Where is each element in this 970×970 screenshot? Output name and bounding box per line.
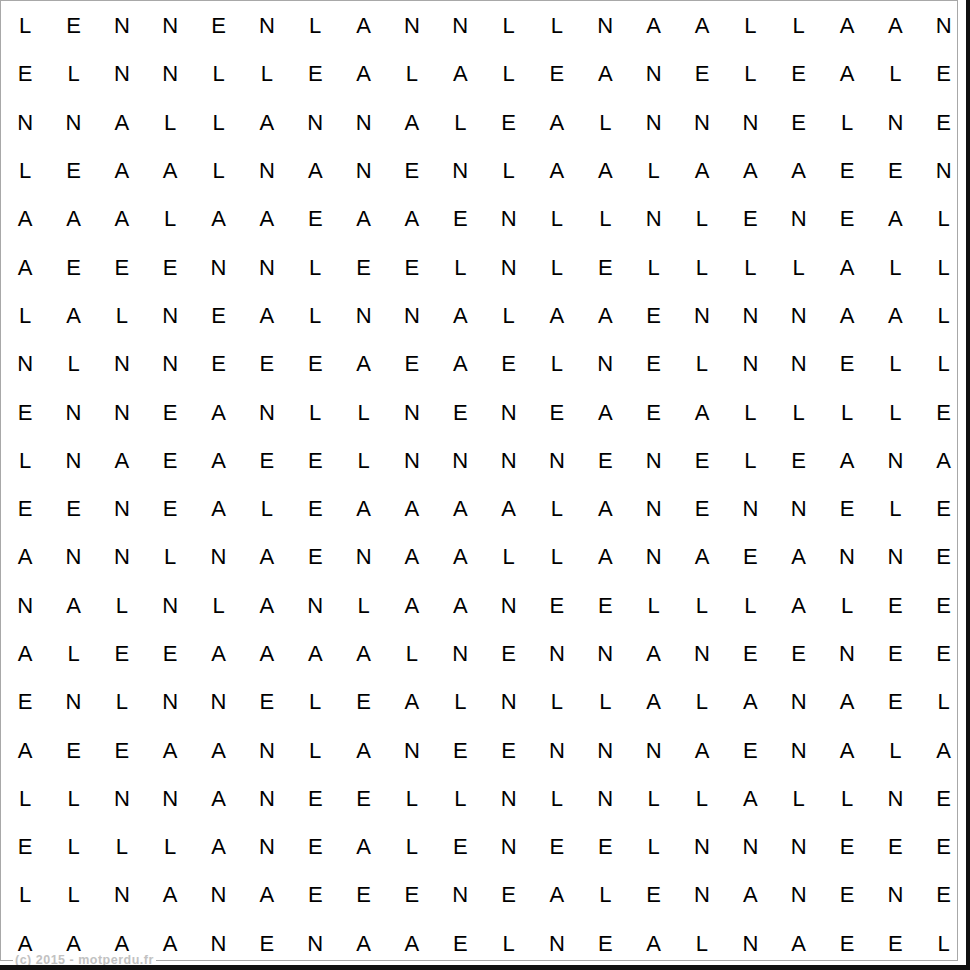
grid-cell[interactable]: L bbox=[726, 582, 774, 630]
grid-cell[interactable]: A bbox=[291, 147, 339, 195]
grid-cell[interactable]: E bbox=[291, 485, 339, 533]
grid-cell[interactable]: A bbox=[484, 485, 532, 533]
grid-cell[interactable]: N bbox=[629, 437, 677, 485]
grid-cell[interactable]: L bbox=[775, 2, 823, 50]
grid-cell[interactable]: A bbox=[629, 630, 677, 678]
grid-cell[interactable]: A bbox=[49, 582, 97, 630]
grid-cell[interactable]: A bbox=[581, 50, 629, 98]
grid-cell[interactable]: N bbox=[581, 340, 629, 388]
grid-cell[interactable]: A bbox=[243, 195, 291, 243]
grid-cell[interactable]: E bbox=[98, 726, 146, 774]
grid-cell[interactable]: N bbox=[581, 726, 629, 774]
grid-cell[interactable]: A bbox=[436, 340, 484, 388]
grid-cell[interactable]: N bbox=[775, 678, 823, 726]
grid-cell[interactable]: L bbox=[243, 50, 291, 98]
grid-cell[interactable]: L bbox=[920, 243, 968, 291]
grid-cell[interactable]: A bbox=[871, 292, 919, 340]
grid-cell[interactable]: N bbox=[98, 533, 146, 581]
grid-cell[interactable]: N bbox=[98, 2, 146, 50]
grid-cell[interactable]: E bbox=[726, 533, 774, 581]
grid-cell[interactable]: E bbox=[629, 292, 677, 340]
grid-cell[interactable]: E bbox=[871, 582, 919, 630]
grid-cell[interactable]: N bbox=[533, 630, 581, 678]
grid-cell[interactable]: L bbox=[920, 195, 968, 243]
grid-cell[interactable]: E bbox=[775, 99, 823, 147]
grid-cell[interactable]: N bbox=[436, 437, 484, 485]
grid-cell[interactable]: E bbox=[629, 871, 677, 919]
grid-cell[interactable]: L bbox=[291, 388, 339, 436]
grid-cell[interactable]: E bbox=[146, 630, 194, 678]
grid-cell[interactable]: N bbox=[339, 147, 387, 195]
grid-cell[interactable]: L bbox=[1, 775, 49, 823]
grid-cell[interactable]: A bbox=[339, 920, 387, 968]
grid-cell[interactable]: L bbox=[726, 2, 774, 50]
grid-cell[interactable]: E bbox=[533, 50, 581, 98]
grid-cell[interactable]: N bbox=[484, 388, 532, 436]
grid-cell[interactable]: N bbox=[775, 871, 823, 919]
grid-cell[interactable]: E bbox=[1, 50, 49, 98]
grid-cell[interactable]: E bbox=[1, 823, 49, 871]
grid-cell[interactable]: A bbox=[243, 292, 291, 340]
grid-cell[interactable]: L bbox=[678, 775, 726, 823]
grid-cell[interactable]: L bbox=[194, 147, 242, 195]
grid-cell[interactable]: E bbox=[775, 437, 823, 485]
grid-cell[interactable]: N bbox=[871, 533, 919, 581]
grid-cell[interactable]: L bbox=[146, 99, 194, 147]
grid-cell[interactable]: A bbox=[581, 147, 629, 195]
grid-cell[interactable]: L bbox=[533, 340, 581, 388]
grid-cell[interactable]: E bbox=[49, 243, 97, 291]
grid-cell[interactable]: L bbox=[388, 630, 436, 678]
grid-cell[interactable]: L bbox=[291, 678, 339, 726]
grid-cell[interactable]: A bbox=[339, 823, 387, 871]
grid-cell[interactable]: A bbox=[436, 50, 484, 98]
grid-cell[interactable]: L bbox=[775, 243, 823, 291]
grid-cell[interactable]: E bbox=[823, 485, 871, 533]
grid-cell[interactable]: A bbox=[533, 292, 581, 340]
grid-cell[interactable]: E bbox=[49, 2, 97, 50]
grid-cell[interactable]: A bbox=[629, 920, 677, 968]
grid-cell[interactable]: A bbox=[581, 292, 629, 340]
grid-cell[interactable]: E bbox=[243, 678, 291, 726]
grid-cell[interactable]: A bbox=[146, 726, 194, 774]
grid-cell[interactable]: A bbox=[823, 437, 871, 485]
grid-cell[interactable]: A bbox=[678, 533, 726, 581]
grid-cell[interactable]: A bbox=[98, 147, 146, 195]
grid-cell[interactable]: L bbox=[388, 823, 436, 871]
grid-cell[interactable]: N bbox=[775, 485, 823, 533]
grid-cell[interactable]: A bbox=[920, 437, 968, 485]
grid-cell[interactable]: A bbox=[920, 726, 968, 774]
grid-cell[interactable]: L bbox=[49, 871, 97, 919]
grid-cell[interactable]: N bbox=[629, 726, 677, 774]
grid-cell[interactable]: L bbox=[291, 292, 339, 340]
grid-cell[interactable]: A bbox=[823, 678, 871, 726]
grid-cell[interactable]: N bbox=[1, 582, 49, 630]
grid-cell[interactable]: L bbox=[629, 823, 677, 871]
grid-cell[interactable]: E bbox=[533, 582, 581, 630]
grid-cell[interactable]: N bbox=[484, 678, 532, 726]
grid-cell[interactable]: E bbox=[871, 920, 919, 968]
grid-cell[interactable]: L bbox=[291, 726, 339, 774]
grid-cell[interactable]: E bbox=[243, 437, 291, 485]
grid-cell[interactable]: L bbox=[98, 823, 146, 871]
grid-cell[interactable]: A bbox=[629, 2, 677, 50]
grid-cell[interactable]: E bbox=[920, 630, 968, 678]
grid-cell[interactable]: E bbox=[823, 195, 871, 243]
grid-cell[interactable]: A bbox=[1, 726, 49, 774]
grid-cell[interactable]: E bbox=[436, 388, 484, 436]
grid-cell[interactable]: N bbox=[98, 485, 146, 533]
grid-cell[interactable]: E bbox=[291, 775, 339, 823]
grid-cell[interactable]: E bbox=[678, 437, 726, 485]
grid-cell[interactable]: A bbox=[98, 437, 146, 485]
grid-cell[interactable]: L bbox=[484, 920, 532, 968]
grid-cell[interactable]: N bbox=[291, 99, 339, 147]
grid-cell[interactable]: N bbox=[533, 726, 581, 774]
grid-cell[interactable]: A bbox=[194, 485, 242, 533]
grid-cell[interactable]: N bbox=[678, 99, 726, 147]
grid-cell[interactable]: E bbox=[581, 920, 629, 968]
grid-cell[interactable]: E bbox=[388, 340, 436, 388]
grid-cell[interactable]: N bbox=[436, 630, 484, 678]
grid-cell[interactable]: N bbox=[484, 582, 532, 630]
grid-cell[interactable]: N bbox=[388, 2, 436, 50]
grid-cell[interactable]: E bbox=[726, 630, 774, 678]
grid-cell[interactable]: N bbox=[1, 340, 49, 388]
grid-cell[interactable]: A bbox=[49, 292, 97, 340]
grid-cell[interactable]: A bbox=[436, 485, 484, 533]
grid-cell[interactable]: L bbox=[194, 582, 242, 630]
grid-cell[interactable]: E bbox=[775, 630, 823, 678]
grid-cell[interactable]: L bbox=[871, 340, 919, 388]
grid-cell[interactable]: E bbox=[291, 340, 339, 388]
grid-cell[interactable]: N bbox=[775, 340, 823, 388]
grid-cell[interactable]: L bbox=[533, 533, 581, 581]
grid-cell[interactable]: N bbox=[1, 99, 49, 147]
grid-cell[interactable]: L bbox=[678, 678, 726, 726]
grid-cell[interactable]: L bbox=[146, 533, 194, 581]
grid-cell[interactable]: E bbox=[581, 437, 629, 485]
grid-cell[interactable]: N bbox=[194, 243, 242, 291]
grid-cell[interactable]: N bbox=[726, 823, 774, 871]
grid-cell[interactable]: E bbox=[291, 437, 339, 485]
grid-cell[interactable]: N bbox=[436, 147, 484, 195]
grid-cell[interactable]: A bbox=[1, 195, 49, 243]
grid-cell[interactable]: E bbox=[920, 485, 968, 533]
grid-cell[interactable]: E bbox=[533, 823, 581, 871]
grid-cell[interactable]: L bbox=[871, 485, 919, 533]
grid-cell[interactable]: A bbox=[436, 292, 484, 340]
grid-cell[interactable]: L bbox=[98, 678, 146, 726]
grid-cell[interactable]: N bbox=[484, 243, 532, 291]
grid-cell[interactable]: L bbox=[629, 775, 677, 823]
grid-cell[interactable]: E bbox=[243, 340, 291, 388]
grid-cell[interactable]: N bbox=[775, 726, 823, 774]
grid-cell[interactable]: N bbox=[49, 437, 97, 485]
grid-cell[interactable]: N bbox=[484, 775, 532, 823]
grid-cell[interactable]: L bbox=[388, 775, 436, 823]
grid-cell[interactable]: L bbox=[194, 99, 242, 147]
grid-cell[interactable]: E bbox=[291, 50, 339, 98]
grid-cell[interactable]: N bbox=[484, 437, 532, 485]
grid-cell[interactable]: E bbox=[775, 50, 823, 98]
grid-cell[interactable]: E bbox=[581, 243, 629, 291]
grid-cell[interactable]: A bbox=[388, 99, 436, 147]
grid-cell[interactable]: E bbox=[726, 195, 774, 243]
grid-cell[interactable]: E bbox=[484, 99, 532, 147]
grid-cell[interactable]: E bbox=[49, 147, 97, 195]
grid-cell[interactable]: N bbox=[146, 340, 194, 388]
grid-cell[interactable]: N bbox=[243, 823, 291, 871]
grid-cell[interactable]: E bbox=[678, 50, 726, 98]
grid-cell[interactable]: E bbox=[823, 871, 871, 919]
grid-cell[interactable]: N bbox=[388, 437, 436, 485]
grid-cell[interactable]: E bbox=[823, 823, 871, 871]
grid-cell[interactable]: N bbox=[726, 485, 774, 533]
grid-cell[interactable]: A bbox=[339, 726, 387, 774]
grid-cell[interactable]: L bbox=[726, 50, 774, 98]
grid-cell[interactable]: N bbox=[533, 920, 581, 968]
grid-cell[interactable]: A bbox=[775, 147, 823, 195]
grid-cell[interactable]: E bbox=[920, 582, 968, 630]
grid-cell[interactable]: L bbox=[629, 243, 677, 291]
grid-cell[interactable]: A bbox=[146, 147, 194, 195]
grid-cell[interactable]: E bbox=[920, 533, 968, 581]
grid-cell[interactable]: E bbox=[726, 726, 774, 774]
grid-cell[interactable]: A bbox=[388, 533, 436, 581]
grid-cell[interactable]: L bbox=[436, 99, 484, 147]
grid-cell[interactable]: N bbox=[146, 2, 194, 50]
grid-cell[interactable]: L bbox=[436, 243, 484, 291]
grid-cell[interactable]: L bbox=[871, 388, 919, 436]
grid-cell[interactable]: N bbox=[49, 388, 97, 436]
grid-cell[interactable]: L bbox=[291, 2, 339, 50]
grid-cell[interactable]: A bbox=[726, 678, 774, 726]
grid-cell[interactable]: A bbox=[871, 195, 919, 243]
grid-cell[interactable]: N bbox=[291, 920, 339, 968]
grid-cell[interactable]: N bbox=[629, 485, 677, 533]
grid-cell[interactable]: E bbox=[194, 2, 242, 50]
grid-cell[interactable]: A bbox=[194, 726, 242, 774]
grid-cell[interactable]: A bbox=[1, 630, 49, 678]
grid-cell[interactable]: A bbox=[1, 533, 49, 581]
grid-cell[interactable]: E bbox=[484, 871, 532, 919]
grid-cell[interactable]: E bbox=[1, 388, 49, 436]
grid-cell[interactable]: E bbox=[823, 340, 871, 388]
grid-cell[interactable]: A bbox=[678, 726, 726, 774]
grid-cell[interactable]: E bbox=[49, 485, 97, 533]
grid-cell[interactable]: N bbox=[533, 437, 581, 485]
grid-cell[interactable]: E bbox=[291, 823, 339, 871]
grid-cell[interactable]: L bbox=[581, 99, 629, 147]
grid-cell[interactable]: A bbox=[339, 485, 387, 533]
grid-cell[interactable]: L bbox=[871, 50, 919, 98]
grid-cell[interactable]: L bbox=[484, 292, 532, 340]
grid-cell[interactable]: L bbox=[823, 775, 871, 823]
grid-cell[interactable]: A bbox=[533, 147, 581, 195]
grid-cell[interactable]: N bbox=[871, 775, 919, 823]
grid-cell[interactable]: E bbox=[98, 630, 146, 678]
grid-cell[interactable]: L bbox=[243, 485, 291, 533]
grid-cell[interactable]: L bbox=[484, 147, 532, 195]
grid-cell[interactable]: N bbox=[871, 437, 919, 485]
grid-cell[interactable]: A bbox=[243, 630, 291, 678]
grid-cell[interactable]: N bbox=[726, 292, 774, 340]
grid-cell[interactable]: A bbox=[243, 99, 291, 147]
grid-cell[interactable]: L bbox=[678, 243, 726, 291]
grid-cell[interactable]: E bbox=[1, 485, 49, 533]
grid-cell[interactable]: L bbox=[339, 582, 387, 630]
grid-cell[interactable]: A bbox=[1, 243, 49, 291]
grid-cell[interactable]: E bbox=[388, 243, 436, 291]
grid-cell[interactable]: N bbox=[243, 726, 291, 774]
grid-cell[interactable]: N bbox=[581, 2, 629, 50]
grid-cell[interactable]: A bbox=[291, 630, 339, 678]
grid-cell[interactable]: N bbox=[243, 775, 291, 823]
grid-cell[interactable]: A bbox=[436, 533, 484, 581]
grid-cell[interactable]: E bbox=[291, 533, 339, 581]
grid-cell[interactable]: L bbox=[581, 678, 629, 726]
grid-cell[interactable]: L bbox=[484, 2, 532, 50]
grid-cell[interactable]: A bbox=[146, 871, 194, 919]
grid-cell[interactable]: A bbox=[823, 243, 871, 291]
grid-cell[interactable]: L bbox=[775, 388, 823, 436]
grid-cell[interactable]: N bbox=[194, 678, 242, 726]
grid-cell[interactable]: L bbox=[1, 292, 49, 340]
grid-cell[interactable]: E bbox=[581, 823, 629, 871]
grid-cell[interactable]: N bbox=[194, 920, 242, 968]
grid-cell[interactable]: L bbox=[533, 678, 581, 726]
grid-cell[interactable]: L bbox=[726, 243, 774, 291]
grid-cell[interactable]: E bbox=[920, 50, 968, 98]
grid-cell[interactable]: A bbox=[775, 533, 823, 581]
grid-cell[interactable]: N bbox=[194, 533, 242, 581]
grid-cell[interactable]: E bbox=[146, 388, 194, 436]
grid-cell[interactable]: N bbox=[678, 871, 726, 919]
grid-cell[interactable]: A bbox=[243, 582, 291, 630]
grid-cell[interactable]: E bbox=[388, 147, 436, 195]
grid-cell[interactable]: E bbox=[920, 775, 968, 823]
grid-cell[interactable]: A bbox=[339, 630, 387, 678]
grid-cell[interactable]: N bbox=[484, 195, 532, 243]
grid-cell[interactable]: A bbox=[194, 630, 242, 678]
grid-cell[interactable]: L bbox=[98, 582, 146, 630]
grid-cell[interactable]: N bbox=[339, 99, 387, 147]
grid-cell[interactable]: N bbox=[581, 775, 629, 823]
grid-cell[interactable]: L bbox=[678, 340, 726, 388]
grid-cell[interactable]: L bbox=[726, 388, 774, 436]
grid-cell[interactable]: A bbox=[388, 582, 436, 630]
grid-cell[interactable]: N bbox=[388, 292, 436, 340]
grid-cell[interactable]: E bbox=[871, 147, 919, 195]
grid-cell[interactable]: N bbox=[871, 99, 919, 147]
grid-cell[interactable]: L bbox=[775, 775, 823, 823]
grid-cell[interactable]: N bbox=[339, 533, 387, 581]
grid-cell[interactable]: N bbox=[339, 292, 387, 340]
grid-cell[interactable]: L bbox=[533, 485, 581, 533]
grid-cell[interactable]: N bbox=[775, 292, 823, 340]
grid-cell[interactable]: A bbox=[339, 340, 387, 388]
grid-cell[interactable]: A bbox=[678, 147, 726, 195]
grid-cell[interactable]: L bbox=[726, 437, 774, 485]
grid-cell[interactable]: A bbox=[678, 2, 726, 50]
grid-cell[interactable]: E bbox=[436, 195, 484, 243]
grid-cell[interactable]: A bbox=[339, 2, 387, 50]
grid-cell[interactable]: N bbox=[98, 775, 146, 823]
grid-cell[interactable]: L bbox=[291, 243, 339, 291]
grid-cell[interactable]: L bbox=[484, 533, 532, 581]
grid-cell[interactable]: E bbox=[388, 871, 436, 919]
grid-cell[interactable]: A bbox=[533, 871, 581, 919]
grid-cell[interactable]: N bbox=[823, 630, 871, 678]
grid-cell[interactable]: A bbox=[726, 147, 774, 195]
grid-cell[interactable]: N bbox=[871, 871, 919, 919]
grid-cell[interactable]: E bbox=[629, 388, 677, 436]
grid-cell[interactable]: L bbox=[871, 243, 919, 291]
grid-cell[interactable]: N bbox=[146, 678, 194, 726]
grid-cell[interactable]: E bbox=[146, 485, 194, 533]
grid-cell[interactable]: L bbox=[49, 50, 97, 98]
grid-cell[interactable]: L bbox=[1, 871, 49, 919]
grid-cell[interactable]: N bbox=[146, 50, 194, 98]
grid-cell[interactable]: E bbox=[436, 920, 484, 968]
grid-cell[interactable]: L bbox=[533, 775, 581, 823]
grid-cell[interactable]: N bbox=[775, 195, 823, 243]
grid-cell[interactable]: E bbox=[146, 437, 194, 485]
grid-cell[interactable]: L bbox=[920, 920, 968, 968]
grid-cell[interactable]: N bbox=[98, 340, 146, 388]
grid-cell[interactable]: E bbox=[1, 678, 49, 726]
grid-cell[interactable]: L bbox=[533, 195, 581, 243]
grid-cell[interactable]: A bbox=[823, 2, 871, 50]
grid-cell[interactable]: L bbox=[678, 582, 726, 630]
grid-cell[interactable]: E bbox=[484, 340, 532, 388]
grid-cell[interactable]: N bbox=[436, 2, 484, 50]
grid-cell[interactable]: N bbox=[920, 147, 968, 195]
grid-cell[interactable]: E bbox=[871, 678, 919, 726]
grid-cell[interactable]: E bbox=[98, 243, 146, 291]
grid-cell[interactable]: E bbox=[920, 823, 968, 871]
grid-cell[interactable]: A bbox=[243, 533, 291, 581]
grid-cell[interactable]: N bbox=[291, 582, 339, 630]
grid-cell[interactable]: E bbox=[871, 823, 919, 871]
grid-cell[interactable]: A bbox=[726, 775, 774, 823]
grid-cell[interactable]: A bbox=[581, 533, 629, 581]
grid-cell[interactable]: N bbox=[775, 823, 823, 871]
grid-cell[interactable]: E bbox=[291, 195, 339, 243]
grid-cell[interactable]: L bbox=[920, 292, 968, 340]
grid-cell[interactable]: E bbox=[533, 388, 581, 436]
grid-cell[interactable]: E bbox=[678, 485, 726, 533]
grid-cell[interactable]: N bbox=[484, 823, 532, 871]
grid-cell[interactable]: L bbox=[194, 50, 242, 98]
grid-cell[interactable]: N bbox=[436, 871, 484, 919]
grid-cell[interactable]: N bbox=[388, 726, 436, 774]
grid-cell[interactable]: N bbox=[243, 2, 291, 50]
grid-cell[interactable]: N bbox=[98, 50, 146, 98]
grid-cell[interactable]: A bbox=[436, 582, 484, 630]
grid-cell[interactable]: E bbox=[823, 920, 871, 968]
grid-cell[interactable]: L bbox=[1, 2, 49, 50]
grid-cell[interactable]: N bbox=[49, 533, 97, 581]
grid-cell[interactable]: E bbox=[484, 630, 532, 678]
grid-cell[interactable]: L bbox=[436, 678, 484, 726]
grid-cell[interactable]: N bbox=[726, 99, 774, 147]
grid-cell[interactable]: L bbox=[146, 195, 194, 243]
grid-cell[interactable]: A bbox=[339, 50, 387, 98]
grid-cell[interactable]: L bbox=[1, 147, 49, 195]
